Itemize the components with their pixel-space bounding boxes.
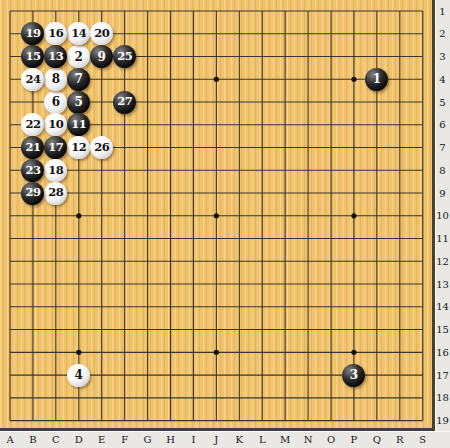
col-label-I: I xyxy=(185,434,201,445)
star-point-J4 xyxy=(214,77,219,82)
column-coordinate-strip: ABCDEFGHIJKLMNOPQRS xyxy=(0,431,450,448)
star-point-J16 xyxy=(214,350,219,355)
col-label-D: D xyxy=(71,434,87,445)
stone-5-black-D5[interactable]: 5 xyxy=(67,91,90,114)
col-label-O: O xyxy=(323,434,339,445)
row-label-13: 13 xyxy=(435,279,450,290)
col-label-N: N xyxy=(300,434,316,445)
col-label-F: F xyxy=(117,434,133,445)
go-board[interactable]: 1234567891011121314151617181920212223242… xyxy=(0,0,435,431)
row-label-5: 5 xyxy=(435,97,450,108)
star-point-J10 xyxy=(214,213,219,218)
col-label-J: J xyxy=(208,434,224,445)
row-label-4: 4 xyxy=(435,74,450,85)
row-label-2: 2 xyxy=(435,28,450,39)
stone-1-black-Q4[interactable]: 1 xyxy=(365,68,388,91)
star-point-D10 xyxy=(76,213,81,218)
stone-4-white-D17[interactable]: 4 xyxy=(67,364,90,387)
stone-3-black-P17[interactable]: 3 xyxy=(342,364,365,387)
stone-25-black-F3[interactable]: 25 xyxy=(113,45,136,68)
row-label-19: 19 xyxy=(435,415,450,426)
row-label-16: 16 xyxy=(435,347,450,358)
stone-8-white-C4[interactable]: 8 xyxy=(44,68,67,91)
col-label-L: L xyxy=(254,434,270,445)
col-label-M: M xyxy=(277,434,293,445)
row-label-1: 1 xyxy=(435,6,450,17)
stone-6-white-C5[interactable]: 6 xyxy=(44,91,67,114)
row-label-11: 11 xyxy=(435,233,450,244)
row-label-6: 6 xyxy=(435,119,450,130)
col-label-G: G xyxy=(140,434,156,445)
row-label-12: 12 xyxy=(435,256,450,267)
stone-28-white-C9[interactable]: 28 xyxy=(44,182,67,205)
col-label-H: H xyxy=(163,434,179,445)
col-label-A: A xyxy=(2,434,18,445)
row-label-10: 10 xyxy=(435,210,450,221)
col-label-S: S xyxy=(415,434,431,445)
stone-29-black-B9[interactable]: 29 xyxy=(21,182,44,205)
stone-7-black-D4[interactable]: 7 xyxy=(67,68,90,91)
star-point-P4 xyxy=(351,77,356,82)
col-label-C: C xyxy=(48,434,64,445)
col-label-E: E xyxy=(94,434,110,445)
row-label-9: 9 xyxy=(435,188,450,199)
col-label-Q: Q xyxy=(369,434,385,445)
col-label-B: B xyxy=(25,434,41,445)
star-point-P10 xyxy=(351,213,356,218)
go-diagram: 1234567891011121314151617181920212223242… xyxy=(0,0,450,448)
stone-27-black-F5[interactable]: 27 xyxy=(113,91,136,114)
row-label-18: 18 xyxy=(435,392,450,403)
row-coordinate-strip: 12345678910111213141516171819 xyxy=(435,0,450,448)
star-point-D16 xyxy=(76,350,81,355)
row-label-8: 8 xyxy=(435,165,450,176)
col-label-R: R xyxy=(392,434,408,445)
row-label-14: 14 xyxy=(435,301,450,312)
col-label-P: P xyxy=(346,434,362,445)
stone-18-white-C8[interactable]: 18 xyxy=(44,159,67,182)
row-label-3: 3 xyxy=(435,51,450,62)
board-grid xyxy=(0,0,432,428)
col-label-K: K xyxy=(231,434,247,445)
row-label-15: 15 xyxy=(435,324,450,335)
star-point-P16 xyxy=(351,350,356,355)
row-label-7: 7 xyxy=(435,142,450,153)
row-label-17: 17 xyxy=(435,370,450,381)
